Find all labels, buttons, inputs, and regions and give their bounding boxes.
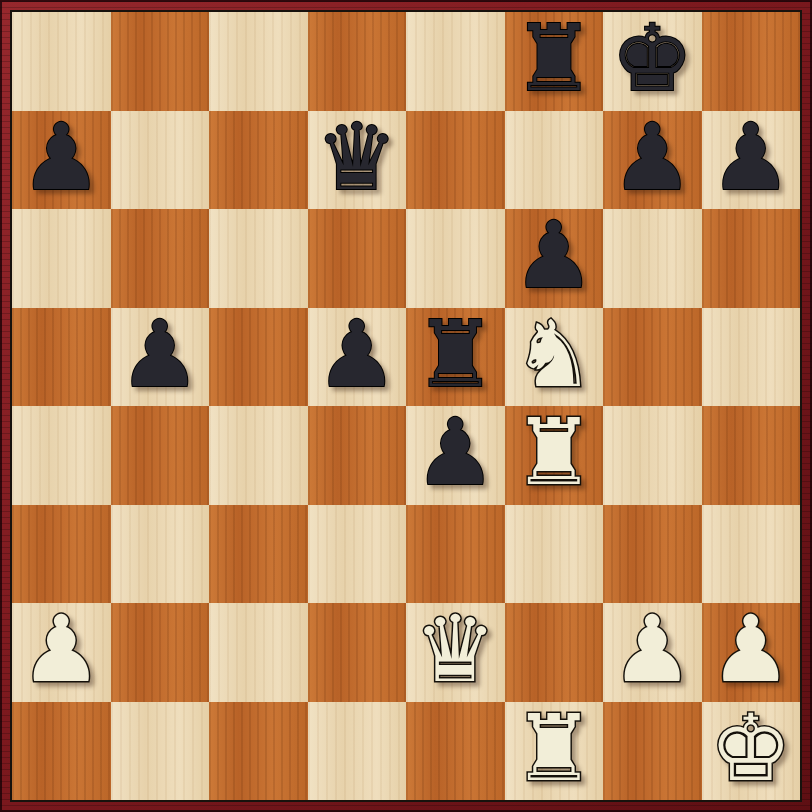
square-c6[interactable] <box>209 209 308 308</box>
piece-white-knight[interactable]: ♞ <box>513 309 595 401</box>
square-d5[interactable]: ♟ <box>308 308 407 407</box>
square-h2[interactable]: ♟ <box>702 603 801 702</box>
square-a8[interactable] <box>12 12 111 111</box>
square-f1[interactable]: ♜ <box>505 702 604 801</box>
square-g6[interactable] <box>603 209 702 308</box>
piece-black-queen[interactable]: ♛ <box>316 112 398 204</box>
square-c8[interactable] <box>209 12 308 111</box>
square-c5[interactable] <box>209 308 308 407</box>
square-g4[interactable] <box>603 406 702 505</box>
board: ♜♚♟♛♟♟♟♟♟♜♞♟♜♟♛♟♟♜♚ <box>10 10 802 802</box>
square-b3[interactable] <box>111 505 210 604</box>
square-h6[interactable] <box>702 209 801 308</box>
square-f4[interactable]: ♜ <box>505 406 604 505</box>
square-e7[interactable] <box>406 111 505 210</box>
square-f5[interactable]: ♞ <box>505 308 604 407</box>
piece-black-pawn[interactable]: ♟ <box>20 112 102 204</box>
square-e2[interactable]: ♛ <box>406 603 505 702</box>
square-d2[interactable] <box>308 603 407 702</box>
square-f2[interactable] <box>505 603 604 702</box>
square-e8[interactable] <box>406 12 505 111</box>
square-g1[interactable] <box>603 702 702 801</box>
piece-white-pawn[interactable]: ♟ <box>611 604 693 696</box>
square-e5[interactable]: ♜ <box>406 308 505 407</box>
square-a6[interactable] <box>12 209 111 308</box>
square-g7[interactable]: ♟ <box>603 111 702 210</box>
square-f3[interactable] <box>505 505 604 604</box>
square-c1[interactable] <box>209 702 308 801</box>
square-g5[interactable] <box>603 308 702 407</box>
piece-white-king[interactable]: ♚ <box>710 703 792 795</box>
square-h4[interactable] <box>702 406 801 505</box>
piece-black-pawn[interactable]: ♟ <box>119 309 201 401</box>
square-e3[interactable] <box>406 505 505 604</box>
piece-black-rook[interactable]: ♜ <box>513 13 595 105</box>
square-b2[interactable] <box>111 603 210 702</box>
piece-black-king[interactable]: ♚ <box>611 13 693 105</box>
piece-black-pawn[interactable]: ♟ <box>316 309 398 401</box>
square-e1[interactable] <box>406 702 505 801</box>
piece-white-pawn[interactable]: ♟ <box>20 604 102 696</box>
square-b6[interactable] <box>111 209 210 308</box>
square-a5[interactable] <box>12 308 111 407</box>
square-a4[interactable] <box>12 406 111 505</box>
square-a3[interactable] <box>12 505 111 604</box>
square-h5[interactable] <box>702 308 801 407</box>
piece-white-rook[interactable]: ♜ <box>513 407 595 499</box>
square-h8[interactable] <box>702 12 801 111</box>
square-d8[interactable] <box>308 12 407 111</box>
square-c3[interactable] <box>209 505 308 604</box>
square-g2[interactable]: ♟ <box>603 603 702 702</box>
square-h3[interactable] <box>702 505 801 604</box>
square-e6[interactable] <box>406 209 505 308</box>
piece-black-pawn[interactable]: ♟ <box>710 112 792 204</box>
square-h7[interactable]: ♟ <box>702 111 801 210</box>
square-c4[interactable] <box>209 406 308 505</box>
square-c2[interactable] <box>209 603 308 702</box>
square-b1[interactable] <box>111 702 210 801</box>
piece-white-pawn[interactable]: ♟ <box>710 604 792 696</box>
piece-black-rook[interactable]: ♜ <box>414 309 496 401</box>
square-c7[interactable] <box>209 111 308 210</box>
square-h1[interactable]: ♚ <box>702 702 801 801</box>
square-b4[interactable] <box>111 406 210 505</box>
square-d7[interactable]: ♛ <box>308 111 407 210</box>
piece-black-pawn[interactable]: ♟ <box>611 112 693 204</box>
square-d4[interactable] <box>308 406 407 505</box>
square-f7[interactable] <box>505 111 604 210</box>
square-b5[interactable]: ♟ <box>111 308 210 407</box>
square-f6[interactable]: ♟ <box>505 209 604 308</box>
square-a7[interactable]: ♟ <box>12 111 111 210</box>
piece-white-rook[interactable]: ♜ <box>513 703 595 795</box>
square-d3[interactable] <box>308 505 407 604</box>
square-g8[interactable]: ♚ <box>603 12 702 111</box>
square-f8[interactable]: ♜ <box>505 12 604 111</box>
chess-diagram: ♜♚♟♛♟♟♟♟♟♜♞♟♜♟♛♟♟♜♚ <box>0 0 812 812</box>
piece-white-queen[interactable]: ♛ <box>414 604 496 696</box>
square-a2[interactable]: ♟ <box>12 603 111 702</box>
square-d1[interactable] <box>308 702 407 801</box>
piece-black-pawn[interactable]: ♟ <box>414 407 496 499</box>
square-a1[interactable] <box>12 702 111 801</box>
square-g3[interactable] <box>603 505 702 604</box>
piece-black-pawn[interactable]: ♟ <box>513 210 595 302</box>
square-d6[interactable] <box>308 209 407 308</box>
square-b8[interactable] <box>111 12 210 111</box>
square-e4[interactable]: ♟ <box>406 406 505 505</box>
square-b7[interactable] <box>111 111 210 210</box>
